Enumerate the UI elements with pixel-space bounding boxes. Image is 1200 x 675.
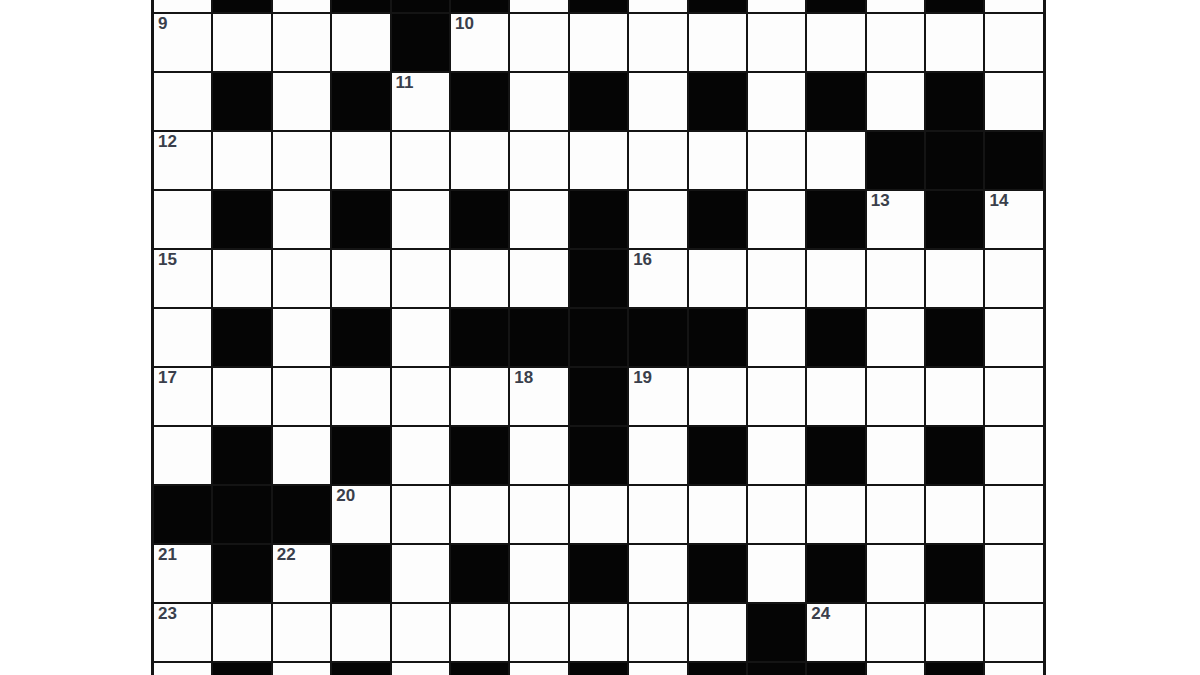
blocked-cell bbox=[570, 191, 627, 248]
grid-cell[interactable] bbox=[510, 73, 567, 130]
grid-cell[interactable] bbox=[570, 604, 627, 661]
grid-cell[interactable] bbox=[748, 73, 805, 130]
grid-cell[interactable] bbox=[748, 427, 805, 484]
grid-cell[interactable] bbox=[154, 427, 211, 484]
grid-cell[interactable]: 23 bbox=[154, 604, 211, 661]
grid-cell[interactable] bbox=[570, 14, 627, 71]
blocked-cell bbox=[570, 0, 627, 12]
grid-cell[interactable] bbox=[273, 132, 330, 189]
grid-cell[interactable]: 18 bbox=[510, 368, 567, 425]
blocked-cell bbox=[629, 309, 686, 366]
blocked-cell bbox=[807, 191, 864, 248]
grid-cell[interactable] bbox=[154, 663, 211, 675]
clue-number: 19 bbox=[629, 368, 686, 387]
blocked-cell bbox=[451, 545, 508, 602]
blocked-cell bbox=[570, 309, 627, 366]
grid-cell[interactable] bbox=[273, 309, 330, 366]
grid-cell[interactable] bbox=[867, 73, 924, 130]
blocked-cell bbox=[807, 309, 864, 366]
grid-cell[interactable] bbox=[807, 14, 864, 71]
clue-number: 13 bbox=[867, 191, 924, 210]
blocked-cell bbox=[332, 309, 389, 366]
grid-cell[interactable] bbox=[392, 604, 449, 661]
grid-cell[interactable] bbox=[689, 250, 746, 307]
grid-cell[interactable] bbox=[273, 604, 330, 661]
grid-cell[interactable] bbox=[332, 132, 389, 189]
blocked-cell bbox=[926, 427, 983, 484]
blocked-cell bbox=[926, 73, 983, 130]
clue-number: 10 bbox=[451, 14, 508, 33]
blocked-cell bbox=[689, 0, 746, 12]
grid-cell[interactable] bbox=[629, 486, 686, 543]
grid-cell[interactable] bbox=[807, 486, 864, 543]
blocked-cell bbox=[689, 191, 746, 248]
grid-cell[interactable] bbox=[985, 427, 1042, 484]
grid-cell[interactable] bbox=[689, 486, 746, 543]
grid-cell[interactable]: 19 bbox=[629, 368, 686, 425]
grid-cell[interactable] bbox=[273, 427, 330, 484]
clue-number: 24 bbox=[807, 604, 864, 623]
grid-cell[interactable] bbox=[629, 663, 686, 675]
grid-cell[interactable] bbox=[154, 0, 211, 12]
grid-cell[interactable] bbox=[510, 604, 567, 661]
grid-cell[interactable] bbox=[985, 486, 1042, 543]
blocked-cell bbox=[570, 427, 627, 484]
blocked-cell bbox=[748, 663, 805, 675]
blocked-cell bbox=[213, 191, 270, 248]
blocked-cell bbox=[213, 545, 270, 602]
grid-cell[interactable] bbox=[926, 368, 983, 425]
grid-cell[interactable] bbox=[748, 132, 805, 189]
blocked-cell bbox=[451, 73, 508, 130]
grid-cell[interactable] bbox=[332, 14, 389, 71]
grid-cell[interactable] bbox=[985, 0, 1042, 12]
grid-cell[interactable] bbox=[926, 250, 983, 307]
grid-cell[interactable]: 11 bbox=[392, 73, 449, 130]
blocked-cell bbox=[451, 427, 508, 484]
grid-cell[interactable] bbox=[154, 309, 211, 366]
grid-cell[interactable] bbox=[392, 309, 449, 366]
blocked-cell bbox=[748, 604, 805, 661]
grid-cell[interactable] bbox=[629, 427, 686, 484]
blocked-cell bbox=[451, 663, 508, 675]
grid-cell[interactable] bbox=[510, 545, 567, 602]
blocked-cell bbox=[926, 309, 983, 366]
grid-cell[interactable] bbox=[748, 250, 805, 307]
grid-cell[interactable] bbox=[332, 604, 389, 661]
blocked-cell bbox=[807, 73, 864, 130]
grid-cell[interactable] bbox=[273, 14, 330, 71]
clue-number: 20 bbox=[332, 486, 389, 505]
grid-cell[interactable] bbox=[392, 132, 449, 189]
grid-cell[interactable] bbox=[451, 604, 508, 661]
clue-number: 21 bbox=[154, 545, 211, 564]
blocked-cell bbox=[689, 309, 746, 366]
blocked-cell bbox=[332, 427, 389, 484]
grid-cell[interactable] bbox=[451, 368, 508, 425]
blocked-cell bbox=[926, 545, 983, 602]
crossword-grid: 9101112131415161718192021222324 bbox=[151, 0, 1046, 675]
blocked-cell bbox=[985, 132, 1042, 189]
grid-cell[interactable] bbox=[867, 309, 924, 366]
grid-cell[interactable]: 21 bbox=[154, 545, 211, 602]
blocked-cell bbox=[392, 14, 449, 71]
grid-cell[interactable] bbox=[867, 604, 924, 661]
blocked-cell bbox=[807, 663, 864, 675]
grid-cell[interactable] bbox=[985, 663, 1042, 675]
grid-cell[interactable] bbox=[273, 663, 330, 675]
clue-number: 16 bbox=[629, 250, 686, 269]
blocked-cell bbox=[332, 0, 389, 12]
blocked-cell bbox=[689, 73, 746, 130]
grid-cell[interactable] bbox=[629, 14, 686, 71]
grid-cell[interactable] bbox=[867, 545, 924, 602]
grid-cell[interactable] bbox=[867, 368, 924, 425]
blocked-cell bbox=[451, 309, 508, 366]
grid-cell[interactable] bbox=[926, 486, 983, 543]
blocked-cell bbox=[926, 0, 983, 12]
grid-cell[interactable]: 9 bbox=[154, 14, 211, 71]
grid-cell[interactable] bbox=[985, 14, 1042, 71]
grid-cell[interactable] bbox=[510, 486, 567, 543]
blocked-cell bbox=[451, 0, 508, 12]
grid-cell[interactable] bbox=[867, 14, 924, 71]
grid-cell[interactable] bbox=[273, 73, 330, 130]
grid-cell[interactable] bbox=[392, 545, 449, 602]
grid-cell[interactable] bbox=[867, 0, 924, 12]
grid-cell[interactable] bbox=[867, 663, 924, 675]
grid-cell[interactable]: 20 bbox=[332, 486, 389, 543]
blocked-cell bbox=[213, 486, 270, 543]
grid-cell[interactable] bbox=[510, 0, 567, 12]
blocked-cell bbox=[570, 663, 627, 675]
grid-cell[interactable] bbox=[510, 132, 567, 189]
grid-cell[interactable] bbox=[807, 250, 864, 307]
grid-cell[interactable] bbox=[273, 191, 330, 248]
grid-cell[interactable] bbox=[629, 73, 686, 130]
grid-cell[interactable]: 14 bbox=[985, 191, 1042, 248]
grid-cell[interactable] bbox=[985, 250, 1042, 307]
page: 9101112131415161718192021222324 bbox=[0, 0, 1200, 675]
grid-cell[interactable] bbox=[154, 73, 211, 130]
clue-number: 12 bbox=[154, 132, 211, 151]
grid-cell[interactable] bbox=[689, 132, 746, 189]
blocked-cell bbox=[926, 132, 983, 189]
grid-cell[interactable] bbox=[392, 486, 449, 543]
blocked-cell bbox=[807, 427, 864, 484]
clue-number: 15 bbox=[154, 250, 211, 269]
grid-cell[interactable] bbox=[332, 250, 389, 307]
blocked-cell bbox=[807, 0, 864, 12]
grid-cell[interactable] bbox=[392, 191, 449, 248]
blocked-cell bbox=[807, 545, 864, 602]
blocked-cell bbox=[926, 663, 983, 675]
grid-cell[interactable] bbox=[629, 604, 686, 661]
grid-cell[interactable] bbox=[332, 368, 389, 425]
grid-cell[interactable] bbox=[273, 368, 330, 425]
grid-cell[interactable] bbox=[985, 368, 1042, 425]
clue-number: 11 bbox=[392, 73, 449, 92]
grid-cell[interactable] bbox=[213, 368, 270, 425]
grid-cell[interactable] bbox=[689, 604, 746, 661]
blocked-cell bbox=[213, 73, 270, 130]
grid-cell[interactable] bbox=[926, 14, 983, 71]
blocked-cell bbox=[451, 191, 508, 248]
blocked-cell bbox=[392, 0, 449, 12]
grid-cell[interactable]: 15 bbox=[154, 250, 211, 307]
grid-cell[interactable] bbox=[510, 14, 567, 71]
grid-cell[interactable] bbox=[510, 427, 567, 484]
grid-cell[interactable] bbox=[629, 545, 686, 602]
grid-cell[interactable] bbox=[213, 14, 270, 71]
grid-cell[interactable] bbox=[570, 486, 627, 543]
blocked-cell bbox=[332, 191, 389, 248]
blocked-cell bbox=[213, 427, 270, 484]
grid-cell[interactable]: 10 bbox=[451, 14, 508, 71]
grid-cell[interactable] bbox=[392, 427, 449, 484]
blocked-cell bbox=[510, 309, 567, 366]
grid-cell[interactable] bbox=[985, 309, 1042, 366]
grid-cell[interactable] bbox=[629, 0, 686, 12]
clue-number: 14 bbox=[985, 191, 1042, 210]
grid-cell[interactable] bbox=[807, 132, 864, 189]
blocked-cell bbox=[570, 73, 627, 130]
blocked-cell bbox=[213, 0, 270, 12]
grid-cell[interactable]: 12 bbox=[154, 132, 211, 189]
blocked-cell bbox=[926, 191, 983, 248]
blocked-cell bbox=[332, 545, 389, 602]
grid-cell[interactable] bbox=[985, 73, 1042, 130]
clue-number: 9 bbox=[154, 14, 211, 33]
grid-cell[interactable] bbox=[451, 132, 508, 189]
grid-cell[interactable] bbox=[985, 545, 1042, 602]
grid-cell[interactable] bbox=[985, 604, 1042, 661]
clue-number: 17 bbox=[154, 368, 211, 387]
grid-cell[interactable] bbox=[748, 486, 805, 543]
grid-cell[interactable] bbox=[629, 191, 686, 248]
grid-cell[interactable] bbox=[748, 309, 805, 366]
grid-cell[interactable] bbox=[392, 368, 449, 425]
grid-cell[interactable] bbox=[807, 368, 864, 425]
grid-cell[interactable] bbox=[748, 545, 805, 602]
blocked-cell bbox=[332, 663, 389, 675]
blocked-cell bbox=[689, 545, 746, 602]
grid-cell[interactable] bbox=[748, 191, 805, 248]
blocked-cell bbox=[570, 368, 627, 425]
grid-cell[interactable] bbox=[510, 191, 567, 248]
grid-cell[interactable] bbox=[748, 14, 805, 71]
blocked-cell bbox=[867, 132, 924, 189]
clue-number: 22 bbox=[273, 545, 330, 564]
blocked-cell bbox=[273, 486, 330, 543]
grid-cell[interactable] bbox=[392, 663, 449, 675]
grid-cell[interactable] bbox=[213, 250, 270, 307]
blocked-cell bbox=[154, 486, 211, 543]
grid-cell[interactable]: 24 bbox=[807, 604, 864, 661]
grid-cell[interactable] bbox=[689, 368, 746, 425]
clue-number: 18 bbox=[510, 368, 567, 387]
grid-cell[interactable] bbox=[273, 250, 330, 307]
grid-cell[interactable] bbox=[748, 368, 805, 425]
grid-cell[interactable] bbox=[867, 250, 924, 307]
grid-cell[interactable] bbox=[867, 427, 924, 484]
grid-cell[interactable] bbox=[570, 132, 627, 189]
grid-cell[interactable] bbox=[748, 0, 805, 12]
grid-cell[interactable] bbox=[629, 132, 686, 189]
grid-cell[interactable]: 22 bbox=[273, 545, 330, 602]
grid-cell[interactable] bbox=[451, 250, 508, 307]
grid-cell[interactable] bbox=[689, 14, 746, 71]
grid-cell[interactable]: 17 bbox=[154, 368, 211, 425]
grid-cell[interactable]: 16 bbox=[629, 250, 686, 307]
grid-cell[interactable] bbox=[392, 250, 449, 307]
grid-cell[interactable] bbox=[213, 132, 270, 189]
grid-cell[interactable] bbox=[154, 191, 211, 248]
grid-cell[interactable]: 13 bbox=[867, 191, 924, 248]
grid-cell[interactable] bbox=[451, 486, 508, 543]
grid-cell[interactable] bbox=[510, 250, 567, 307]
blocked-cell bbox=[213, 663, 270, 675]
blocked-cell bbox=[689, 427, 746, 484]
grid-cell[interactable] bbox=[510, 663, 567, 675]
blocked-cell bbox=[332, 73, 389, 130]
grid-cell[interactable] bbox=[213, 604, 270, 661]
blocked-cell bbox=[213, 309, 270, 366]
grid-cell[interactable] bbox=[273, 0, 330, 12]
blocked-cell bbox=[570, 545, 627, 602]
grid-cell[interactable] bbox=[926, 604, 983, 661]
blocked-cell bbox=[689, 663, 746, 675]
blocked-cell bbox=[570, 250, 627, 307]
grid-cell[interactable] bbox=[867, 486, 924, 543]
clue-number: 23 bbox=[154, 604, 211, 623]
